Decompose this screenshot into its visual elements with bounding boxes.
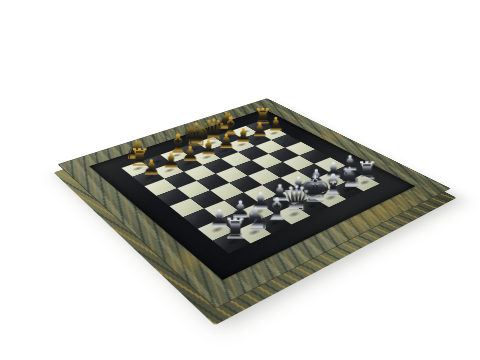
silver-rook-icon: ♜: [222, 215, 247, 243]
gold-pawn-icon: ♟: [234, 126, 251, 145]
gold-pawn-icon: ♟: [251, 121, 268, 140]
chess-board-3d: ♜♞♝♚♛♝♞♜♟♟♟♟♟♟♟♟♟♟♟♟♟♟♟♟♜♞♝♛♚♝♞♜: [58, 98, 451, 309]
gold-pawn-icon: ♟: [267, 115, 284, 134]
gold-pawn-icon: ♟: [199, 138, 217, 158]
gold-pawn-icon: ♟: [180, 144, 198, 164]
gold-pawn-icon: ♟: [161, 151, 180, 172]
chess-set-product-photo: ♜♞♝♚♛♝♞♜♟♟♟♟♟♟♟♟♟♟♟♟♟♟♟♟♜♞♝♛♚♝♞♜: [0, 0, 480, 360]
gold-pawn-icon: ♟: [217, 132, 235, 152]
gold-pawn-icon: ♟: [141, 157, 160, 178]
